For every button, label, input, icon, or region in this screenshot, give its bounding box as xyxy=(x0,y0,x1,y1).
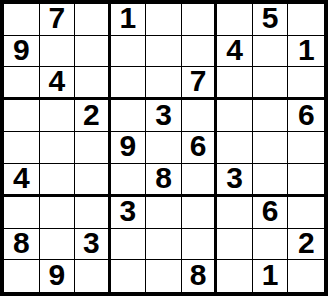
given-digit: 4 xyxy=(48,66,65,96)
sudoku-cell-r7c8[interactable]: 6 xyxy=(253,197,289,229)
sudoku-cell-r6c1[interactable]: 4 xyxy=(4,164,40,197)
given-digit: 6 xyxy=(298,100,315,130)
given-digit: 2 xyxy=(298,228,315,258)
given-digit: 3 xyxy=(120,196,137,226)
sudoku-cell-r9c3[interactable] xyxy=(75,260,111,292)
sudoku-cell-r1c8[interactable]: 5 xyxy=(253,4,289,36)
given-digit: 9 xyxy=(48,260,65,290)
sudoku-cell-r1c1[interactable] xyxy=(4,4,40,36)
sudoku-cell-r1c6[interactable] xyxy=(182,4,218,36)
sudoku-cell-r3c7[interactable] xyxy=(217,67,253,100)
sudoku-cell-r3c6[interactable]: 7 xyxy=(182,67,218,100)
given-digit: 4 xyxy=(13,163,30,193)
given-digit: 3 xyxy=(155,100,172,130)
sudoku-cell-r2c8[interactable] xyxy=(253,36,289,68)
given-digit: 8 xyxy=(155,163,172,193)
sudoku-cell-r4c2[interactable] xyxy=(40,100,76,132)
sudoku-cell-r3c1[interactable] xyxy=(4,67,40,100)
sudoku-cell-r3c5[interactable] xyxy=(146,67,182,100)
sudoku-cell-r8c6[interactable] xyxy=(182,229,218,261)
sudoku-cell-r6c2[interactable] xyxy=(40,164,76,197)
sudoku-cell-r4c4[interactable] xyxy=(111,100,147,132)
given-digit: 7 xyxy=(190,66,207,96)
sudoku-cell-r7c4[interactable]: 3 xyxy=(111,197,147,229)
sudoku-cell-r1c9[interactable] xyxy=(288,4,324,36)
sudoku-cell-r1c7[interactable] xyxy=(217,4,253,36)
sudoku-cell-r3c4[interactable] xyxy=(111,67,147,100)
given-digit: 3 xyxy=(83,228,100,258)
sudoku-cell-r5c5[interactable] xyxy=(146,132,182,164)
sudoku-cell-r3c8[interactable] xyxy=(253,67,289,100)
sudoku-cell-r9c5[interactable] xyxy=(146,260,182,292)
sudoku-cell-r2c5[interactable] xyxy=(146,36,182,68)
sudoku-cell-r9c8[interactable]: 1 xyxy=(253,260,289,292)
sudoku-cell-r8c1[interactable]: 8 xyxy=(4,229,40,261)
sudoku-cell-r5c2[interactable] xyxy=(40,132,76,164)
sudoku-cell-r1c3[interactable] xyxy=(75,4,111,36)
sudoku-cell-r6c7[interactable]: 3 xyxy=(217,164,253,197)
sudoku-cell-r5c9[interactable] xyxy=(288,132,324,164)
given-digit: 6 xyxy=(190,131,207,161)
sudoku-cell-r4c3[interactable]: 2 xyxy=(75,100,111,132)
sudoku-cell-r2c6[interactable] xyxy=(182,36,218,68)
given-digit: 1 xyxy=(120,3,137,33)
sudoku-cell-r5c1[interactable] xyxy=(4,132,40,164)
sudoku-cell-r4c6[interactable] xyxy=(182,100,218,132)
sudoku-cell-r5c6[interactable]: 6 xyxy=(182,132,218,164)
sudoku-cell-r8c2[interactable] xyxy=(40,229,76,261)
given-digit: 1 xyxy=(298,35,315,65)
sudoku-cell-r7c9[interactable] xyxy=(288,197,324,229)
given-digit: 8 xyxy=(190,260,207,290)
given-digit: 8 xyxy=(13,228,30,258)
sudoku-cell-r2c3[interactable] xyxy=(75,36,111,68)
given-digit: 1 xyxy=(262,260,279,290)
sudoku-cell-r4c8[interactable] xyxy=(253,100,289,132)
given-digit: 3 xyxy=(226,163,243,193)
sudoku-cell-r6c4[interactable] xyxy=(111,164,147,197)
given-digit: 5 xyxy=(262,3,279,33)
sudoku-cell-r2c9[interactable]: 1 xyxy=(288,36,324,68)
sudoku-cell-r8c7[interactable] xyxy=(217,229,253,261)
sudoku-cell-r4c1[interactable] xyxy=(4,100,40,132)
sudoku-cell-r2c4[interactable] xyxy=(111,36,147,68)
sudoku-cell-r5c4[interactable]: 9 xyxy=(111,132,147,164)
given-digit: 9 xyxy=(120,131,137,161)
sudoku-cell-r5c3[interactable] xyxy=(75,132,111,164)
sudoku-cell-r8c8[interactable] xyxy=(253,229,289,261)
sudoku-cell-r9c2[interactable]: 9 xyxy=(40,260,76,292)
sudoku-cell-r8c3[interactable]: 3 xyxy=(75,229,111,261)
sudoku-cell-r7c1[interactable] xyxy=(4,197,40,229)
sudoku-cell-r2c2[interactable] xyxy=(40,36,76,68)
sudoku-cell-r6c5[interactable]: 8 xyxy=(146,164,182,197)
sudoku-cell-r4c5[interactable]: 3 xyxy=(146,100,182,132)
sudoku-cell-r8c9[interactable]: 2 xyxy=(288,229,324,261)
sudoku-cell-r3c9[interactable] xyxy=(288,67,324,100)
sudoku-cell-r6c6[interactable] xyxy=(182,164,218,197)
sudoku-cell-r6c9[interactable] xyxy=(288,164,324,197)
sudoku-cell-r2c7[interactable]: 4 xyxy=(217,36,253,68)
sudoku-cell-r1c4[interactable]: 1 xyxy=(111,4,147,36)
given-digit: 6 xyxy=(262,196,279,226)
sudoku-cell-r1c5[interactable] xyxy=(146,4,182,36)
sudoku-cell-r6c8[interactable] xyxy=(253,164,289,197)
sudoku-cell-r7c6[interactable] xyxy=(182,197,218,229)
sudoku-cell-r8c5[interactable] xyxy=(146,229,182,261)
sudoku-cell-r3c3[interactable] xyxy=(75,67,111,100)
given-digit: 9 xyxy=(13,35,30,65)
sudoku-cell-r7c7[interactable] xyxy=(217,197,253,229)
given-digit: 4 xyxy=(226,35,243,65)
sudoku-cell-r5c8[interactable] xyxy=(253,132,289,164)
sudoku-cell-r7c2[interactable] xyxy=(40,197,76,229)
sudoku-cell-r2c1[interactable]: 9 xyxy=(4,36,40,68)
sudoku-cell-r9c7[interactable] xyxy=(217,260,253,292)
given-digit: 2 xyxy=(83,100,100,130)
sudoku-cell-r8c4[interactable] xyxy=(111,229,147,261)
sudoku-cell-r5c7[interactable] xyxy=(217,132,253,164)
sudoku-cell-r7c3[interactable] xyxy=(75,197,111,229)
sudoku-cell-r9c1[interactable] xyxy=(4,260,40,292)
sudoku-cell-r9c4[interactable] xyxy=(111,260,147,292)
sudoku-cell-r6c3[interactable] xyxy=(75,164,111,197)
sudoku-cell-r3c2[interactable]: 4 xyxy=(40,67,76,100)
sudoku-board: 715941472369648336832981 xyxy=(0,0,328,296)
sudoku-cell-r4c9[interactable]: 6 xyxy=(288,100,324,132)
sudoku-cell-r9c6[interactable]: 8 xyxy=(182,260,218,292)
sudoku-cell-r9c9[interactable] xyxy=(288,260,324,292)
sudoku-cell-r4c7[interactable] xyxy=(217,100,253,132)
given-digit: 7 xyxy=(48,3,65,33)
sudoku-cell-r7c5[interactable] xyxy=(146,197,182,229)
sudoku-cell-r1c2[interactable]: 7 xyxy=(40,4,76,36)
